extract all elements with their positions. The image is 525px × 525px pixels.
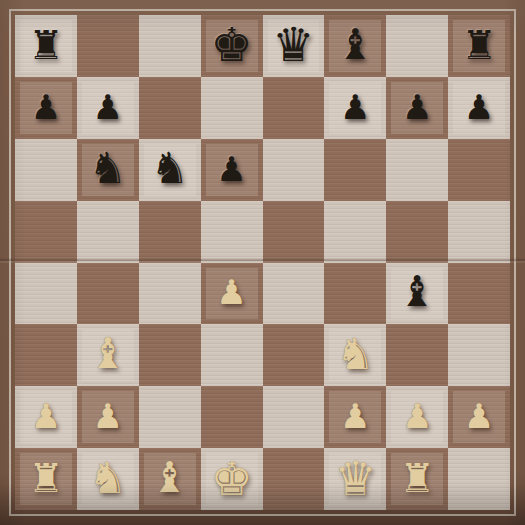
piece-white-pawn[interactable]: ♟ — [402, 399, 432, 433]
piece-white-pawn[interactable]: ♟ — [216, 275, 246, 309]
square-f7[interactable]: ♟ — [324, 77, 386, 139]
square-f3[interactable]: ♞ — [324, 324, 386, 386]
square-e3[interactable] — [263, 324, 325, 386]
square-d3[interactable] — [201, 324, 263, 386]
square-a5[interactable] — [15, 201, 77, 263]
square-h2[interactable]: ♟ — [448, 386, 510, 448]
square-a1[interactable]: ♜ — [15, 448, 77, 510]
square-d1[interactable]: ♚ — [201, 448, 263, 510]
square-b3[interactable]: ♝ — [77, 324, 139, 386]
square-f4[interactable] — [324, 263, 386, 325]
square-f8[interactable]: ♝ — [324, 15, 386, 77]
square-f2[interactable]: ♟ — [324, 386, 386, 448]
piece-white-rook[interactable]: ♜ — [399, 458, 435, 498]
square-e7[interactable] — [263, 77, 325, 139]
square-a8[interactable]: ♜ — [15, 15, 77, 77]
square-e6[interactable] — [263, 139, 325, 201]
square-f6[interactable] — [324, 139, 386, 201]
square-d4[interactable]: ♟ — [201, 263, 263, 325]
square-h4[interactable] — [448, 263, 510, 325]
square-d5[interactable] — [201, 201, 263, 263]
square-c3[interactable] — [139, 324, 201, 386]
square-g7[interactable]: ♟ — [386, 77, 448, 139]
piece-white-pawn[interactable]: ♟ — [31, 399, 61, 433]
piece-black-pawn[interactable]: ♟ — [402, 90, 432, 124]
piece-black-pawn[interactable]: ♟ — [93, 90, 123, 124]
square-d8[interactable]: ♚ — [201, 15, 263, 77]
square-c2[interactable] — [139, 386, 201, 448]
square-f5[interactable] — [324, 201, 386, 263]
piece-black-pawn[interactable]: ♟ — [31, 90, 61, 124]
square-d2[interactable] — [201, 386, 263, 448]
square-d6[interactable]: ♟ — [201, 139, 263, 201]
piece-white-knight[interactable]: ♞ — [336, 333, 375, 376]
chessboard-photo: ♜♚♛♝♜♟♟♟♟♟♞♞♟♟♝♝♞♟♟♟♟♟♜♞♝♚♛♜ — [0, 0, 525, 525]
piece-white-rook[interactable]: ♜ — [28, 458, 64, 498]
square-c8[interactable] — [139, 15, 201, 77]
square-h5[interactable] — [448, 201, 510, 263]
square-g4[interactable]: ♝ — [386, 263, 448, 325]
square-g3[interactable] — [386, 324, 448, 386]
square-a3[interactable] — [15, 324, 77, 386]
square-e2[interactable] — [263, 386, 325, 448]
square-a6[interactable] — [15, 139, 77, 201]
piece-black-knight[interactable]: ♞ — [89, 147, 128, 190]
square-g6[interactable] — [386, 139, 448, 201]
square-c6[interactable]: ♞ — [139, 139, 201, 201]
square-a7[interactable]: ♟ — [15, 77, 77, 139]
piece-black-knight[interactable]: ♞ — [150, 147, 189, 190]
piece-black-bishop[interactable]: ♝ — [398, 271, 436, 313]
piece-black-rook[interactable]: ♜ — [28, 25, 64, 65]
piece-white-bishop[interactable]: ♝ — [89, 333, 127, 375]
piece-white-pawn[interactable]: ♟ — [340, 399, 370, 433]
square-b7[interactable]: ♟ — [77, 77, 139, 139]
square-e5[interactable] — [263, 201, 325, 263]
square-g8[interactable] — [386, 15, 448, 77]
square-h7[interactable]: ♟ — [448, 77, 510, 139]
piece-black-king[interactable]: ♚ — [210, 21, 252, 68]
board-frame: ♜♚♛♝♜♟♟♟♟♟♞♞♟♟♝♝♞♟♟♟♟♟♜♞♝♚♛♜ — [0, 0, 525, 525]
piece-white-queen[interactable]: ♛ — [334, 455, 376, 502]
square-e1[interactable] — [263, 448, 325, 510]
square-b2[interactable]: ♟ — [77, 386, 139, 448]
square-a4[interactable] — [15, 263, 77, 325]
square-h6[interactable] — [448, 139, 510, 201]
square-b6[interactable]: ♞ — [77, 139, 139, 201]
piece-black-bishop[interactable]: ♝ — [336, 24, 374, 66]
chessboard: ♜♚♛♝♜♟♟♟♟♟♞♞♟♟♝♝♞♟♟♟♟♟♜♞♝♚♛♜ — [15, 15, 510, 510]
piece-black-pawn[interactable]: ♟ — [216, 152, 246, 186]
square-f1[interactable]: ♛ — [324, 448, 386, 510]
square-a2[interactable]: ♟ — [15, 386, 77, 448]
piece-white-king[interactable]: ♚ — [210, 455, 252, 502]
square-h1[interactable] — [448, 448, 510, 510]
piece-white-pawn[interactable]: ♟ — [93, 399, 123, 433]
square-b4[interactable] — [77, 263, 139, 325]
square-c4[interactable] — [139, 263, 201, 325]
square-e8[interactable]: ♛ — [263, 15, 325, 77]
piece-black-queen[interactable]: ♛ — [272, 21, 314, 68]
piece-white-knight[interactable]: ♞ — [89, 457, 128, 500]
square-d7[interactable] — [201, 77, 263, 139]
piece-black-pawn[interactable]: ♟ — [464, 90, 494, 124]
square-g1[interactable]: ♜ — [386, 448, 448, 510]
square-h8[interactable]: ♜ — [448, 15, 510, 77]
square-c1[interactable]: ♝ — [139, 448, 201, 510]
piece-black-rook[interactable]: ♜ — [461, 25, 497, 65]
piece-black-pawn[interactable]: ♟ — [340, 90, 370, 124]
square-b5[interactable] — [77, 201, 139, 263]
square-c5[interactable] — [139, 201, 201, 263]
square-b1[interactable]: ♞ — [77, 448, 139, 510]
square-b8[interactable] — [77, 15, 139, 77]
piece-white-bishop[interactable]: ♝ — [151, 457, 189, 499]
square-h3[interactable] — [448, 324, 510, 386]
square-e4[interactable] — [263, 263, 325, 325]
piece-white-pawn[interactable]: ♟ — [464, 399, 494, 433]
square-c7[interactable] — [139, 77, 201, 139]
square-g5[interactable] — [386, 201, 448, 263]
square-g2[interactable]: ♟ — [386, 386, 448, 448]
